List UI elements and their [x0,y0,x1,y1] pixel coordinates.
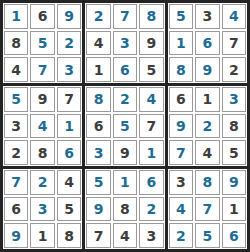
sudoku-cell-r9c4: 7 [86,223,110,248]
sudoku-cell-r8c1: 6 [4,197,28,222]
sudoku-cell-r7c2[interactable]: 2 [30,170,54,195]
sudoku-box-r3c1: 724635918 [3,169,82,249]
sudoku-cell-r7c5[interactable]: 1 [113,170,137,195]
sudoku-cell-r4c9[interactable]: 3 [222,87,246,112]
sudoku-cell-r2c7[interactable]: 1 [169,31,193,56]
sudoku-box-r1c1: 169852473 [3,3,82,83]
sudoku-cell-r3c3[interactable]: 3 [57,57,81,82]
sudoku-cell-r1c2: 6 [30,4,54,29]
sudoku-box-r2c3: 613928745 [168,86,247,166]
sudoku-cell-r7c1[interactable]: 7 [4,170,28,195]
sudoku-cell-r2c3[interactable]: 2 [57,31,81,56]
sudoku-cell-r6c6[interactable]: 1 [139,140,163,165]
sudoku-cell-r7c8[interactable]: 8 [195,170,219,195]
sudoku-cell-r1c4[interactable]: 2 [86,4,110,29]
sudoku-box-r1c2: 278439165 [85,3,164,83]
sudoku-cell-r8c7[interactable]: 4 [169,197,193,222]
sudoku-cell-r8c9: 1 [222,197,246,222]
sudoku-cell-r3c7[interactable]: 8 [169,57,193,82]
sudoku-cell-r4c8: 1 [195,87,219,112]
sudoku-cell-r5c3[interactable]: 1 [57,114,81,139]
sudoku-cell-r3c6: 5 [139,57,163,82]
sudoku-cell-r2c5[interactable]: 3 [113,31,137,56]
sudoku-cell-r1c8: 3 [195,4,219,29]
sudoku-cell-r1c5[interactable]: 7 [113,4,137,29]
sudoku-cell-r7c3: 4 [57,170,81,195]
sudoku-box-r3c3: 389471256 [168,169,247,249]
sudoku-cell-r9c6: 3 [139,223,163,248]
sudoku-cell-r6c7[interactable]: 7 [169,140,193,165]
sudoku-cell-r6c5: 9 [113,140,137,165]
sudoku-cell-r5c9: 8 [222,114,246,139]
sudoku-cell-r3c9: 2 [222,57,246,82]
sudoku-cell-r1c9[interactable]: 4 [222,4,246,29]
sudoku-cell-r9c1[interactable]: 9 [4,223,28,248]
sudoku-cell-r5c6: 7 [139,114,163,139]
sudoku-cell-r4c3: 7 [57,87,81,112]
sudoku-cell-r3c8[interactable]: 9 [195,57,219,82]
sudoku-cell-r8c2[interactable]: 3 [30,197,54,222]
sudoku-cell-r8c4[interactable]: 9 [86,197,110,222]
sudoku-cell-r2c1: 8 [4,31,28,56]
sudoku-cell-r3c2[interactable]: 7 [30,57,54,82]
sudoku-cell-r3c5[interactable]: 6 [113,57,137,82]
sudoku-cell-r1c1[interactable]: 1 [4,4,28,29]
sudoku-cell-r4c5[interactable]: 2 [113,87,137,112]
sudoku-board: 1698524732784391655341678925973412868246… [0,0,250,252]
sudoku-cell-r7c4[interactable]: 5 [86,170,110,195]
sudoku-cell-r8c6[interactable]: 2 [139,197,163,222]
sudoku-cell-r4c6[interactable]: 4 [139,87,163,112]
sudoku-box-r2c2: 824657391 [85,86,164,166]
sudoku-cell-r2c4: 4 [86,31,110,56]
sudoku-cell-r4c4[interactable]: 8 [86,87,110,112]
sudoku-cell-r7c7: 3 [169,170,193,195]
sudoku-cell-r4c7: 6 [169,87,193,112]
sudoku-cell-r4c1[interactable]: 5 [4,87,28,112]
sudoku-cell-r5c4: 6 [86,114,110,139]
sudoku-cell-r8c8[interactable]: 7 [195,197,219,222]
sudoku-cell-r9c5: 4 [113,223,137,248]
sudoku-cell-r5c8[interactable]: 2 [195,114,219,139]
sudoku-cell-r6c2: 8 [30,140,54,165]
sudoku-cell-r2c2[interactable]: 5 [30,31,54,56]
sudoku-cell-r8c5: 8 [113,197,137,222]
sudoku-cell-r2c9: 7 [222,31,246,56]
sudoku-cell-r5c5[interactable]: 5 [113,114,137,139]
sudoku-cell-r5c7[interactable]: 9 [169,114,193,139]
sudoku-cell-r9c9[interactable]: 6 [222,223,246,248]
sudoku-cell-r9c2: 1 [30,223,54,248]
sudoku-cell-r9c3: 8 [57,223,81,248]
sudoku-cell-r6c3[interactable]: 6 [57,140,81,165]
sudoku-cell-r1c7[interactable]: 5 [169,4,193,29]
sudoku-box-r1c3: 534167892 [168,3,247,83]
sudoku-box-r3c2: 516982743 [85,169,164,249]
sudoku-cell-r6c9: 5 [222,140,246,165]
sudoku-box-r2c1: 597341286 [3,86,82,166]
sudoku-cell-r7c9[interactable]: 9 [222,170,246,195]
sudoku-cell-r6c1: 2 [4,140,28,165]
sudoku-cell-r2c6: 9 [139,31,163,56]
sudoku-cell-r3c4: 1 [86,57,110,82]
sudoku-cell-r9c7[interactable]: 2 [169,223,193,248]
sudoku-cell-r5c1: 3 [4,114,28,139]
sudoku-cell-r9c8[interactable]: 5 [195,223,219,248]
sudoku-cell-r8c3: 5 [57,197,81,222]
sudoku-cell-r6c8: 4 [195,140,219,165]
sudoku-cell-r6c4[interactable]: 3 [86,140,110,165]
sudoku-cell-r2c8[interactable]: 6 [195,31,219,56]
sudoku-cell-r5c2[interactable]: 4 [30,114,54,139]
sudoku-cell-r7c6[interactable]: 6 [139,170,163,195]
sudoku-cell-r1c6[interactable]: 8 [139,4,163,29]
sudoku-cell-r1c3[interactable]: 9 [57,4,81,29]
sudoku-cell-r4c2: 9 [30,87,54,112]
sudoku-cell-r3c1: 4 [4,57,28,82]
